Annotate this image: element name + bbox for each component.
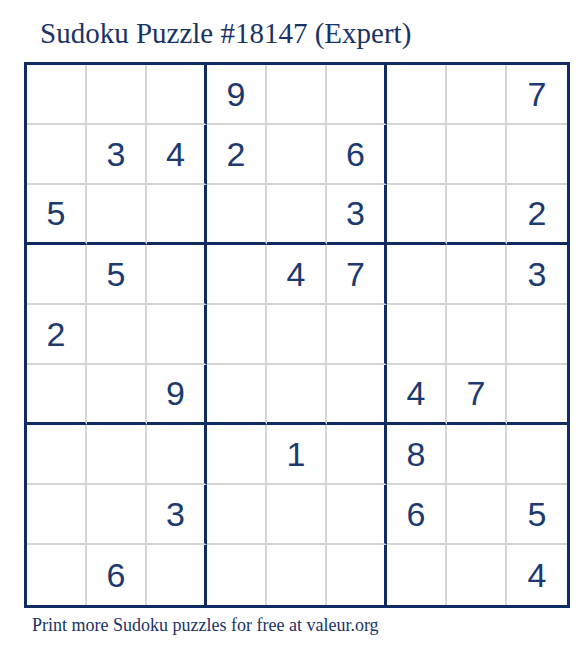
cell-r5c2[interactable] xyxy=(87,305,147,365)
cell-r8c9[interactable]: 5 xyxy=(507,485,567,545)
given-digit: 8 xyxy=(407,435,426,474)
cell-r6c6[interactable] xyxy=(327,365,387,425)
cell-r4c5[interactable]: 4 xyxy=(267,245,327,305)
cell-r5c8[interactable] xyxy=(447,305,507,365)
cell-r3c9[interactable]: 2 xyxy=(507,185,567,245)
given-digit: 3 xyxy=(528,255,547,294)
given-digit: 6 xyxy=(346,135,365,174)
cell-r9c7[interactable] xyxy=(387,545,447,605)
cell-r4c8[interactable] xyxy=(447,245,507,305)
cell-r5c1[interactable]: 2 xyxy=(27,305,87,365)
sudoku-board: 973426532547329471836564 xyxy=(24,62,570,608)
cell-r2c1[interactable] xyxy=(27,125,87,185)
cell-r3c3[interactable] xyxy=(147,185,207,245)
footer-text: Print more Sudoku puzzles for free at va… xyxy=(32,614,379,636)
cell-r6c5[interactable] xyxy=(267,365,327,425)
cell-r9c6[interactable] xyxy=(327,545,387,605)
cell-r4c2[interactable]: 5 xyxy=(87,245,147,305)
cell-r7c2[interactable] xyxy=(87,425,147,485)
given-digit: 6 xyxy=(407,495,426,534)
cell-r7c1[interactable] xyxy=(27,425,87,485)
cell-r7c6[interactable] xyxy=(327,425,387,485)
cell-r4c6[interactable]: 7 xyxy=(327,245,387,305)
cell-r3c2[interactable] xyxy=(87,185,147,245)
cell-r9c3[interactable] xyxy=(147,545,207,605)
cell-r7c8[interactable] xyxy=(447,425,507,485)
given-digit: 2 xyxy=(47,315,66,354)
cell-r1c5[interactable] xyxy=(267,65,327,125)
cell-r2c3[interactable]: 4 xyxy=(147,125,207,185)
cell-r8c8[interactable] xyxy=(447,485,507,545)
cell-r5c7[interactable] xyxy=(387,305,447,365)
cell-r7c9[interactable] xyxy=(507,425,567,485)
cell-r2c9[interactable] xyxy=(507,125,567,185)
cell-r1c2[interactable] xyxy=(87,65,147,125)
cell-r6c9[interactable] xyxy=(507,365,567,425)
cell-r5c4[interactable] xyxy=(207,305,267,365)
page-title: Sudoku Puzzle #18147 (Expert) xyxy=(40,17,411,49)
cell-r3c8[interactable] xyxy=(447,185,507,245)
given-digit: 4 xyxy=(528,556,547,595)
cell-r2c4[interactable]: 2 xyxy=(207,125,267,185)
cell-r3c4[interactable] xyxy=(207,185,267,245)
given-digit: 7 xyxy=(528,75,547,114)
cell-r8c4[interactable] xyxy=(207,485,267,545)
given-digit: 1 xyxy=(287,435,306,474)
cell-r9c9[interactable]: 4 xyxy=(507,545,567,605)
cell-r2c6[interactable]: 6 xyxy=(327,125,387,185)
given-digit: 6 xyxy=(107,556,126,595)
given-digit: 4 xyxy=(287,255,306,294)
given-digit: 4 xyxy=(166,135,185,174)
cell-r2c8[interactable] xyxy=(447,125,507,185)
cell-r4c3[interactable] xyxy=(147,245,207,305)
cell-r6c7[interactable]: 4 xyxy=(387,365,447,425)
cell-r6c1[interactable] xyxy=(27,365,87,425)
cell-r3c7[interactable] xyxy=(387,185,447,245)
cell-r2c5[interactable] xyxy=(267,125,327,185)
given-digit: 9 xyxy=(227,75,246,114)
given-digit: 5 xyxy=(528,495,547,534)
given-digit: 9 xyxy=(166,374,185,413)
given-digit: 7 xyxy=(346,255,365,294)
cell-r6c8[interactable]: 7 xyxy=(447,365,507,425)
cell-r9c1[interactable] xyxy=(27,545,87,605)
cell-r2c2[interactable]: 3 xyxy=(87,125,147,185)
cell-r9c5[interactable] xyxy=(267,545,327,605)
cell-r3c5[interactable] xyxy=(267,185,327,245)
cell-r9c8[interactable] xyxy=(447,545,507,605)
cell-r8c2[interactable] xyxy=(87,485,147,545)
cell-r1c7[interactable] xyxy=(387,65,447,125)
cell-r7c3[interactable] xyxy=(147,425,207,485)
cell-r3c1[interactable]: 5 xyxy=(27,185,87,245)
given-digit: 2 xyxy=(227,135,246,174)
cell-r5c9[interactable] xyxy=(507,305,567,365)
cell-r1c9[interactable]: 7 xyxy=(507,65,567,125)
cell-r8c6[interactable] xyxy=(327,485,387,545)
cell-r7c4[interactable] xyxy=(207,425,267,485)
cell-r5c5[interactable] xyxy=(267,305,327,365)
cell-r8c3[interactable]: 3 xyxy=(147,485,207,545)
cell-r1c4[interactable]: 9 xyxy=(207,65,267,125)
cell-r6c4[interactable] xyxy=(207,365,267,425)
cell-r4c1[interactable] xyxy=(27,245,87,305)
sudoku-page: Sudoku Puzzle #18147 (Expert) 9734265325… xyxy=(0,0,580,651)
cell-r8c7[interactable]: 6 xyxy=(387,485,447,545)
given-digit: 4 xyxy=(407,374,426,413)
given-digit: 3 xyxy=(166,495,185,534)
given-digit: 2 xyxy=(528,194,547,233)
cell-r6c3[interactable]: 9 xyxy=(147,365,207,425)
cell-r4c4[interactable] xyxy=(207,245,267,305)
cell-r9c2[interactable]: 6 xyxy=(87,545,147,605)
cell-r8c5[interactable] xyxy=(267,485,327,545)
cell-r4c7[interactable] xyxy=(387,245,447,305)
cell-r1c3[interactable] xyxy=(147,65,207,125)
cell-r1c1[interactable] xyxy=(27,65,87,125)
cell-r5c3[interactable] xyxy=(147,305,207,365)
cell-r6c2[interactable] xyxy=(87,365,147,425)
cell-r7c5[interactable]: 1 xyxy=(267,425,327,485)
cell-r8c1[interactable] xyxy=(27,485,87,545)
cell-r3c6[interactable]: 3 xyxy=(327,185,387,245)
given-digit: 3 xyxy=(107,135,126,174)
given-digit: 5 xyxy=(47,194,66,233)
cell-r7c7[interactable]: 8 xyxy=(387,425,447,485)
cell-r1c6[interactable] xyxy=(327,65,387,125)
given-digit: 5 xyxy=(107,255,126,294)
cell-r4c9[interactable]: 3 xyxy=(507,245,567,305)
cell-r5c6[interactable] xyxy=(327,305,387,365)
given-digit: 3 xyxy=(346,194,365,233)
cell-r9c4[interactable] xyxy=(207,545,267,605)
given-digit: 7 xyxy=(467,374,486,413)
cell-r2c7[interactable] xyxy=(387,125,447,185)
cell-r1c8[interactable] xyxy=(447,65,507,125)
